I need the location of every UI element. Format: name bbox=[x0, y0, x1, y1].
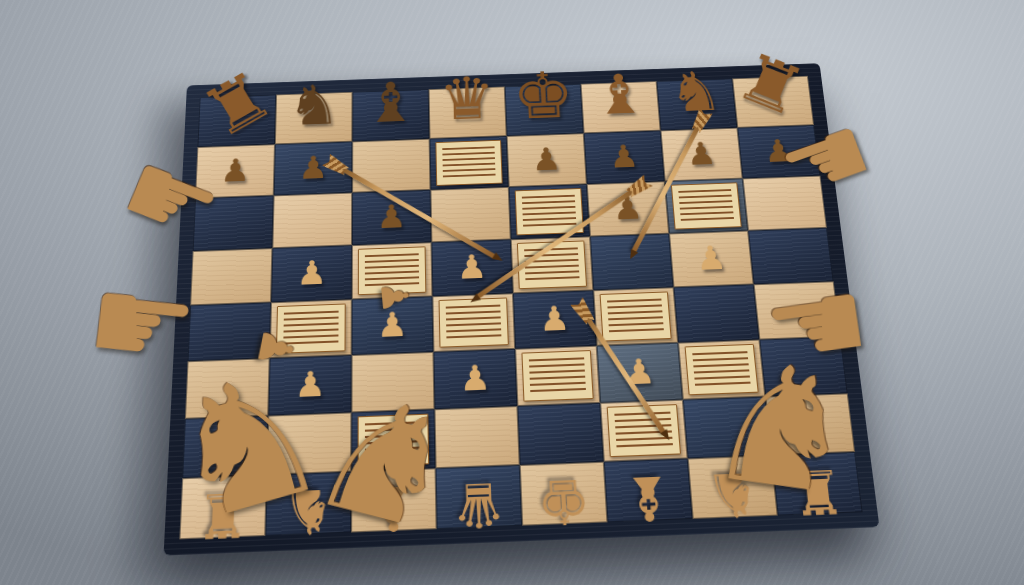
square-c4[interactable]: ♟ bbox=[352, 296, 434, 355]
square-g3[interactable] bbox=[678, 340, 765, 400]
chess-board-plane: ♜♞♝♛♚♝♞♜♟♟♟♟♟♟♟♟♟♟♟♟♟♟♟♟♜♞♝♛♚♝♞♜ ☛☛☚☚♞♞♞… bbox=[164, 63, 880, 555]
square-a7[interactable]: ♟ bbox=[195, 144, 275, 198]
black-pawn-piece: ♟ bbox=[608, 141, 640, 173]
square-f1[interactable]: ♝ bbox=[604, 458, 693, 522]
square-g2[interactable] bbox=[683, 397, 772, 459]
parchment-tile bbox=[521, 350, 594, 402]
square-e1[interactable]: ♚ bbox=[520, 462, 608, 526]
white-pawn-piece: ♟ bbox=[296, 256, 327, 290]
square-f5[interactable] bbox=[590, 234, 674, 291]
parchment-tile bbox=[599, 291, 672, 341]
parchment-tile bbox=[357, 246, 426, 295]
square-a8[interactable]: ♜ bbox=[197, 95, 276, 148]
square-g5[interactable]: ♟ bbox=[669, 231, 754, 288]
square-b5[interactable]: ♟ bbox=[271, 245, 352, 302]
square-e3[interactable] bbox=[515, 346, 600, 406]
square-b2[interactable] bbox=[267, 412, 352, 474]
white-rook-piece: ♜ bbox=[788, 460, 848, 523]
scene-background: { "game": "chess", "scene_style": "surre… bbox=[0, 0, 1024, 585]
parchment-tile bbox=[684, 344, 759, 396]
square-f8[interactable]: ♝ bbox=[581, 81, 661, 133]
white-pawn-piece: ♟ bbox=[294, 366, 326, 402]
square-f2[interactable] bbox=[600, 400, 687, 462]
white-king-piece: ♚ bbox=[536, 470, 592, 533]
square-h7[interactable]: ♟ bbox=[737, 125, 820, 178]
square-a4[interactable] bbox=[188, 302, 271, 361]
white-rook-piece: ♜ bbox=[195, 483, 251, 546]
square-b8[interactable]: ♞ bbox=[275, 92, 353, 144]
black-queen-piece: ♛ bbox=[438, 70, 496, 130]
square-g1[interactable]: ♞ bbox=[688, 455, 778, 519]
square-c3[interactable] bbox=[351, 352, 434, 412]
white-knight-piece: ♞ bbox=[281, 479, 335, 542]
square-b1[interactable]: ♞ bbox=[265, 472, 351, 536]
parchment-tile bbox=[275, 303, 346, 354]
chess-board: ♜♞♝♛♚♝♞♜♟♟♟♟♟♟♟♟♟♟♟♟♟♟♟♟♜♞♝♛♚♝♞♜ bbox=[179, 76, 862, 540]
black-knight-piece: ♞ bbox=[667, 64, 725, 120]
square-d6[interactable] bbox=[430, 187, 510, 242]
board-rim: ♜♞♝♛♚♝♞♜♟♟♟♟♟♟♟♟♟♟♟♟♟♟♟♟♜♞♝♛♚♝♞♜ bbox=[164, 63, 880, 555]
black-rook-piece: ♜ bbox=[728, 42, 814, 127]
square-e2[interactable] bbox=[517, 403, 603, 465]
square-f4[interactable] bbox=[593, 287, 678, 345]
square-d7[interactable] bbox=[430, 136, 509, 190]
square-d2[interactable] bbox=[434, 406, 519, 468]
parchment-tile bbox=[438, 297, 509, 347]
white-queen-piece: ♛ bbox=[451, 473, 506, 536]
black-knight-piece: ♞ bbox=[287, 78, 341, 135]
black-rook-piece: ♜ bbox=[192, 61, 284, 150]
white-pawn-piece: ♟ bbox=[694, 241, 727, 275]
square-c2[interactable] bbox=[351, 409, 435, 471]
square-g6[interactable] bbox=[665, 178, 748, 233]
square-c5[interactable] bbox=[352, 242, 433, 299]
black-bishop-piece: ♝ bbox=[364, 75, 418, 131]
parchment-tile bbox=[435, 140, 503, 186]
square-b6[interactable] bbox=[272, 193, 352, 249]
square-a2[interactable] bbox=[182, 416, 268, 479]
black-pawn-piece: ♟ bbox=[220, 154, 251, 186]
white-pawn-piece: ♟ bbox=[623, 354, 657, 390]
parchment-tile bbox=[671, 182, 743, 229]
parchment-tile bbox=[357, 414, 429, 468]
square-b4[interactable] bbox=[270, 299, 352, 358]
black-pawn-piece: ♟ bbox=[762, 135, 795, 167]
square-a1[interactable]: ♜ bbox=[179, 475, 266, 539]
square-e7[interactable]: ♟ bbox=[507, 133, 587, 187]
square-f7[interactable]: ♟ bbox=[584, 131, 665, 185]
parchment-tile bbox=[606, 404, 681, 457]
black-bishop-piece: ♝ bbox=[591, 67, 648, 123]
square-a6[interactable] bbox=[193, 195, 274, 251]
white-bishop-piece: ♝ bbox=[620, 466, 678, 529]
white-pawn-piece: ♟ bbox=[377, 307, 408, 342]
black-king-piece: ♚ bbox=[511, 63, 576, 128]
square-c8[interactable]: ♝ bbox=[352, 89, 429, 141]
square-b3[interactable]: ♟ bbox=[268, 355, 351, 416]
square-h3[interactable] bbox=[759, 337, 847, 397]
square-a3[interactable] bbox=[185, 358, 270, 419]
square-h6[interactable] bbox=[743, 176, 827, 231]
square-d8[interactable]: ♛ bbox=[429, 86, 507, 138]
white-knight-piece: ♞ bbox=[704, 463, 763, 526]
square-d1[interactable]: ♛ bbox=[436, 465, 523, 529]
square-g4[interactable] bbox=[674, 284, 760, 342]
white-pawn-piece: ♟ bbox=[538, 301, 571, 336]
square-c1[interactable]: ♝ bbox=[351, 468, 437, 532]
white-pawn-piece: ♟ bbox=[459, 360, 491, 396]
square-a5[interactable] bbox=[190, 248, 272, 305]
white-bishop-piece: ♝ bbox=[367, 476, 421, 539]
square-h1[interactable]: ♜ bbox=[771, 452, 862, 516]
black-pawn-piece: ♟ bbox=[531, 143, 562, 175]
square-h4[interactable] bbox=[754, 281, 841, 339]
square-e8[interactable]: ♚ bbox=[505, 84, 584, 136]
square-h5[interactable] bbox=[748, 228, 834, 285]
square-d3[interactable]: ♟ bbox=[433, 349, 517, 409]
square-h8[interactable]: ♜ bbox=[732, 76, 814, 128]
white-pawn-piece: ♟ bbox=[456, 250, 487, 284]
square-d5[interactable]: ♟ bbox=[431, 239, 512, 296]
black-pawn-piece: ♟ bbox=[298, 152, 328, 184]
square-h2[interactable] bbox=[765, 393, 855, 455]
